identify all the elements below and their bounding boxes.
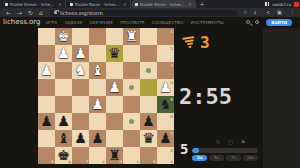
board-square[interactable]: 6 bbox=[157, 113, 174, 130]
move-dest-dot[interactable] bbox=[129, 119, 134, 124]
lichess-favicon bbox=[135, 3, 138, 6]
nav-item[interactable]: Обучение bbox=[90, 20, 114, 25]
storm-icon bbox=[182, 36, 196, 50]
board-square[interactable]: ♝ bbox=[89, 62, 106, 79]
board-square[interactable] bbox=[72, 113, 89, 130]
board-square[interactable] bbox=[89, 113, 106, 130]
board-square[interactable]: ♜d bbox=[106, 147, 123, 164]
file-coordinate: b bbox=[153, 159, 156, 164]
move-dest-dot[interactable] bbox=[129, 85, 134, 90]
extensions-icon[interactable]: ▣ bbox=[277, 8, 282, 17]
replay-icon[interactable]: ↻ bbox=[216, 139, 220, 145]
file-coordinate: d bbox=[119, 159, 122, 164]
recorder-label: sandct.ru bbox=[272, 2, 291, 7]
board-square[interactable]: ♛ bbox=[106, 45, 123, 62]
board-square[interactable]: ♟ bbox=[72, 130, 89, 147]
board-square[interactable]: ♟ bbox=[38, 62, 55, 79]
black-pawn[interactable]: ♟ bbox=[72, 130, 89, 147]
black-queen[interactable]: ♛ bbox=[106, 45, 123, 62]
browser-tab[interactable]: Puzzle Storm - lichess.org× bbox=[132, 0, 196, 8]
board-square[interactable]: f bbox=[72, 147, 89, 164]
combo-bonus-7s: 7s bbox=[226, 155, 241, 161]
board-square[interactable] bbox=[38, 45, 55, 62]
board-square[interactable] bbox=[106, 28, 123, 45]
file-coordinate: g bbox=[68, 159, 71, 164]
sign-in-button[interactable]: ВОЙТИ bbox=[266, 19, 292, 26]
combo-bonus-3s: 3s bbox=[192, 155, 207, 161]
rank-coordinate: 6 bbox=[170, 114, 173, 119]
black-pawn[interactable]: ♟ bbox=[140, 113, 157, 130]
white-pawn[interactable]: ♟ bbox=[72, 45, 89, 62]
browser-menu-icon[interactable]: ⋮ bbox=[290, 8, 295, 17]
nav-item[interactable]: Задачи bbox=[64, 20, 82, 25]
board-square[interactable] bbox=[38, 130, 55, 147]
board-square[interactable]: 1 bbox=[157, 28, 174, 45]
board-square[interactable]: e bbox=[89, 147, 106, 164]
board-square[interactable]: a8 bbox=[157, 147, 174, 164]
home-icon[interactable]: ⌂ bbox=[39, 8, 43, 17]
board-square[interactable]: ♚ bbox=[55, 28, 72, 45]
board-square[interactable]: ♟ bbox=[106, 79, 123, 96]
pause-icon[interactable] bbox=[265, 2, 269, 6]
board-square[interactable] bbox=[55, 96, 72, 113]
flag-icon[interactable]: ⚑ bbox=[241, 139, 245, 145]
file-coordinate: c bbox=[137, 159, 139, 164]
browser-tab[interactable]: Puzzle Racer - lichess.org× bbox=[67, 0, 131, 8]
combo-bar-fill bbox=[192, 148, 199, 153]
main-nav: ИграЗадачиОбучениеПросмотрСообществоИнст… bbox=[46, 20, 224, 25]
white-king[interactable]: ♚ bbox=[55, 28, 72, 45]
combo-bonus-markers: 3s5s7s10s bbox=[192, 155, 258, 161]
board-square[interactable] bbox=[123, 79, 140, 96]
black-queen[interactable]: ♛ bbox=[140, 130, 157, 147]
chess-board: ♚♜1♟♟♛2♟♞♝3♟♟4♟♞5♟♟♟6♝♟♟♛♟7h♚gfe♜dcba8 bbox=[38, 28, 174, 164]
board-square[interactable]: ♟ bbox=[55, 113, 72, 130]
nav-item[interactable]: Просмотр bbox=[120, 20, 144, 25]
board-square[interactable]: ♛ bbox=[140, 130, 157, 147]
tab-close-icon[interactable]: × bbox=[188, 0, 192, 8]
board-square[interactable] bbox=[55, 79, 72, 96]
board-square[interactable] bbox=[140, 96, 157, 113]
stop-record-icon[interactable] bbox=[294, 2, 299, 7]
page-right-strip bbox=[263, 28, 300, 168]
board-square[interactable]: ♞5 bbox=[157, 96, 174, 113]
board-square[interactable] bbox=[72, 79, 89, 96]
tab-title: Puzzle Streak - lichess.org bbox=[10, 2, 56, 7]
white-pawn[interactable]: ♟ bbox=[106, 79, 123, 96]
board-icon[interactable]: □ bbox=[228, 139, 233, 145]
board-square[interactable] bbox=[106, 113, 123, 130]
browser-tab[interactable]: Puzzle Streak - lichess.org× bbox=[2, 0, 66, 8]
board-square[interactable] bbox=[140, 45, 157, 62]
tab-close-icon[interactable]: × bbox=[58, 0, 62, 8]
gear-icon[interactable] bbox=[255, 20, 259, 24]
board-square[interactable]: h bbox=[38, 147, 55, 164]
download-icon[interactable]: ↓ bbox=[253, 8, 257, 17]
board-square[interactable]: ♞ bbox=[72, 62, 89, 79]
file-coordinate: a bbox=[170, 159, 173, 164]
board-square[interactable] bbox=[38, 79, 55, 96]
board-square[interactable] bbox=[140, 62, 157, 79]
board-square[interactable]: ♟ bbox=[38, 113, 55, 130]
storm-score-row: 3 bbox=[183, 33, 210, 52]
white-knight[interactable]: ♞ bbox=[72, 62, 89, 79]
black-pawn[interactable]: ♟ bbox=[89, 130, 106, 147]
lichess-logo[interactable]: lichess.org bbox=[3, 18, 40, 26]
site-header: lichess.org ИграЗадачиОбучениеПросмотрСо… bbox=[0, 17, 300, 28]
forward-icon[interactable]: → bbox=[17, 8, 22, 17]
file-coordinate: h bbox=[51, 159, 54, 164]
board-square[interactable] bbox=[38, 28, 55, 45]
nav-item[interactable]: Сообщество bbox=[152, 20, 184, 25]
board-square[interactable]: ♟ bbox=[140, 113, 157, 130]
white-rook[interactable]: ♜ bbox=[123, 28, 140, 45]
board-square[interactable]: b bbox=[140, 147, 157, 164]
board-square[interactable] bbox=[123, 113, 140, 130]
white-pawn[interactable]: ♟ bbox=[55, 45, 72, 62]
tab-title: Puzzle Storm - lichess.org bbox=[140, 2, 186, 7]
nav-item[interactable]: Инструменты bbox=[191, 20, 224, 25]
board-square[interactable]: ♝ bbox=[55, 130, 72, 147]
rank-coordinate: 1 bbox=[170, 29, 173, 34]
combo-counter: 5 bbox=[180, 141, 188, 157]
board-square[interactable] bbox=[55, 62, 72, 79]
board-square[interactable] bbox=[89, 28, 106, 45]
board-square[interactable] bbox=[123, 45, 140, 62]
panel-icons: ↻□⚑ bbox=[216, 139, 245, 145]
new-tab-button[interactable]: + bbox=[198, 0, 206, 8]
lock-icon bbox=[54, 11, 57, 14]
board-square[interactable] bbox=[89, 79, 106, 96]
board-square[interactable]: ♟4 bbox=[157, 79, 174, 96]
white-pawn[interactable]: ♟ bbox=[89, 96, 106, 113]
tab-close-icon[interactable]: × bbox=[123, 0, 127, 8]
board-square[interactable]: ♟7 bbox=[157, 130, 174, 147]
back-icon[interactable]: ← bbox=[6, 8, 11, 17]
screen: Puzzle Streak - lichess.org×Puzzle Racer… bbox=[0, 0, 300, 168]
file-coordinate: e bbox=[102, 159, 105, 164]
board-square[interactable]: ♚g bbox=[55, 147, 72, 164]
share-icon[interactable]: < bbox=[266, 8, 270, 17]
board-square[interactable]: 3 bbox=[157, 62, 174, 79]
combo-bar bbox=[192, 148, 258, 153]
storm-score: 3 bbox=[200, 33, 210, 52]
board-square[interactable] bbox=[123, 62, 140, 79]
rank-coordinate: 7 bbox=[170, 131, 173, 136]
board-square[interactable] bbox=[72, 28, 89, 45]
board-square[interactable] bbox=[123, 130, 140, 147]
board-square[interactable] bbox=[106, 62, 123, 79]
board-square[interactable] bbox=[38, 96, 55, 113]
board-square[interactable] bbox=[140, 28, 157, 45]
combo-bonus-10s: 10s bbox=[243, 155, 258, 161]
board-square[interactable]: 2 bbox=[157, 45, 174, 62]
board-square[interactable] bbox=[106, 130, 123, 147]
file-coordinate: f bbox=[86, 159, 88, 164]
board-square[interactable] bbox=[72, 96, 89, 113]
white-pawn[interactable]: ♟ bbox=[38, 62, 55, 79]
board-square[interactable] bbox=[89, 45, 106, 62]
address-bar[interactable]: lichess.org/storm bbox=[50, 10, 238, 16]
rank-coordinate: 5 bbox=[170, 97, 173, 102]
lichess-favicon bbox=[70, 3, 73, 6]
tab-title: Puzzle Racer - lichess.org bbox=[75, 2, 121, 7]
rank-coordinate: 8 bbox=[170, 148, 173, 153]
lichess-favicon bbox=[5, 3, 8, 6]
black-pawn[interactable]: ♟ bbox=[38, 113, 55, 130]
reload-icon[interactable]: ↻ bbox=[28, 8, 33, 17]
browser-tab-strip: Puzzle Streak - lichess.org×Puzzle Racer… bbox=[0, 0, 300, 8]
board-square[interactable]: c bbox=[123, 147, 140, 164]
screen-recorder-bar: sandct.ru bbox=[265, 0, 299, 8]
rank-coordinate: 4 bbox=[170, 80, 173, 85]
search-icon[interactable] bbox=[246, 20, 250, 24]
board-square[interactable]: ♟ bbox=[89, 96, 106, 113]
storm-clock: 2:55 bbox=[179, 84, 232, 109]
rank-coordinate: 2 bbox=[170, 46, 173, 51]
board-square[interactable] bbox=[140, 79, 157, 96]
black-bishop[interactable]: ♝ bbox=[55, 130, 72, 147]
bookmark-star-icon[interactable]: ☆ bbox=[243, 8, 247, 17]
white-bishop[interactable]: ♝ bbox=[89, 62, 106, 79]
rank-coordinate: 3 bbox=[170, 63, 173, 68]
board-square[interactable] bbox=[123, 96, 140, 113]
board-square[interactable]: ♟ bbox=[72, 45, 89, 62]
combo-bonus-5s: 5s bbox=[209, 155, 224, 161]
nav-item[interactable]: Игра bbox=[46, 20, 57, 25]
black-pawn[interactable]: ♟ bbox=[55, 113, 72, 130]
board-square[interactable]: ♜ bbox=[123, 28, 140, 45]
board-square[interactable]: ♟ bbox=[89, 130, 106, 147]
board-square[interactable]: ♟ bbox=[55, 45, 72, 62]
move-dest-dot[interactable] bbox=[146, 68, 151, 73]
url-text: lichess.org/storm bbox=[60, 10, 103, 16]
browser-toolbar: ← → ↻ ⌂ lichess.org/storm ☆ ↓ < ▣ ⋮ bbox=[0, 8, 300, 17]
board-square[interactable] bbox=[106, 96, 123, 113]
